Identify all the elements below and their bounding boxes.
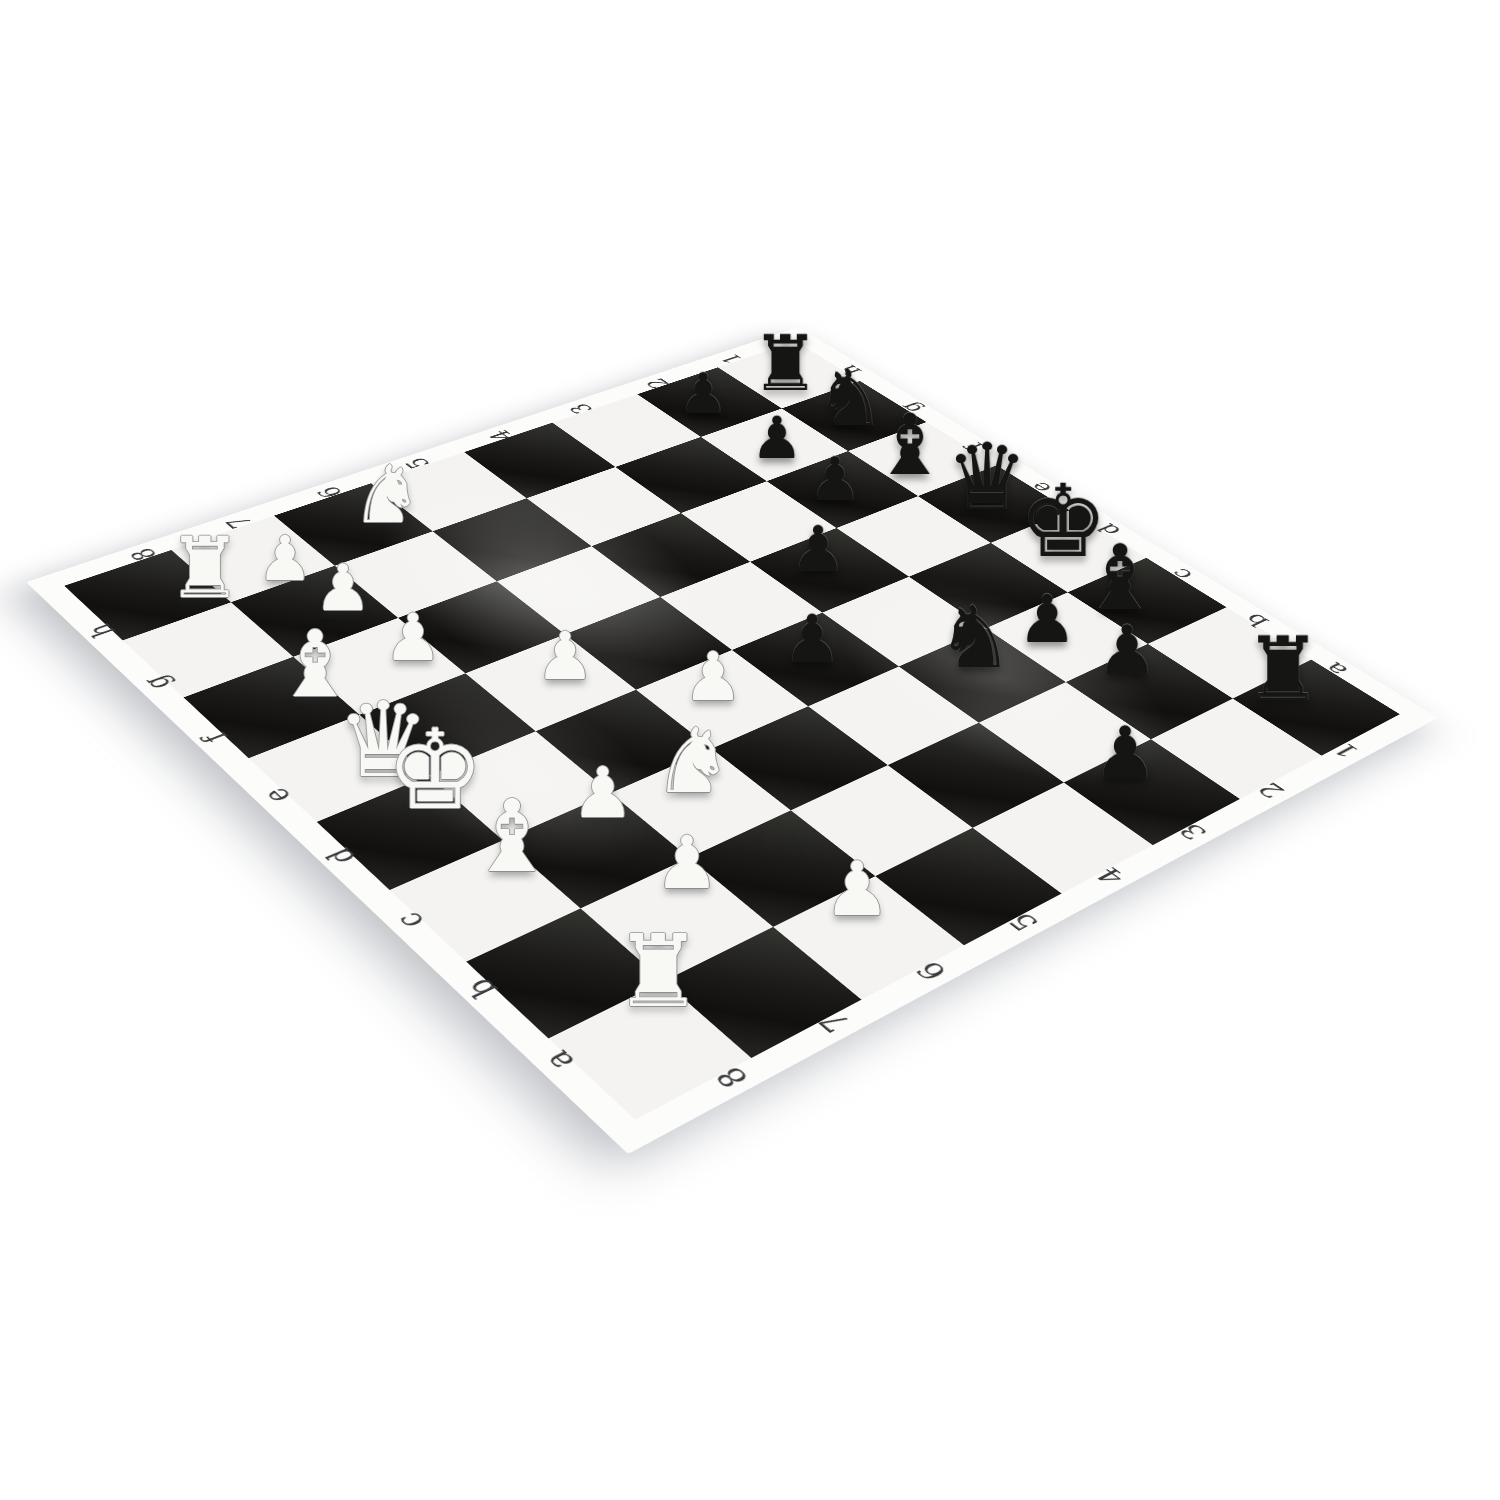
file-label-bottom-c: c — [389, 908, 431, 933]
piece-black-bishop-c1: ♝ — [1080, 533, 1161, 623]
file-label-bottom-b: b — [459, 974, 504, 1002]
piece-black-bishop-f1: ♝ — [872, 403, 947, 487]
file-label-bottom-d: d — [320, 844, 363, 869]
file-label-bottom-g: g — [137, 672, 177, 693]
piece-black-pawn-a3: ♟ — [1093, 717, 1158, 789]
file-label-bottom-e: e — [256, 784, 297, 806]
piece-black-queen-e1: ♛ — [946, 432, 1028, 524]
piece-white-rook-h8: ♜ — [167, 526, 242, 610]
piece-white-pawn-d5: ♟ — [683, 644, 743, 711]
file-label-top-c: c — [1166, 566, 1198, 582]
file-label-bottom-a: a — [536, 1046, 581, 1075]
piece-white-bishop-c8: ♝ — [467, 787, 557, 887]
piece-white-rook-a8: ♜ — [613, 922, 703, 1022]
piece-black-pawn-e3: ♟ — [790, 518, 846, 581]
piece-black-pawn-h2: ♟ — [678, 366, 728, 422]
piece-white-pawn-f7: ♟ — [384, 605, 442, 670]
piece-black-rook-h1: ♜ — [751, 326, 819, 402]
piece-white-knight-c6: ♞ — [653, 716, 734, 806]
file-label-bottom-h: h — [82, 621, 122, 641]
piece-white-pawn-b7: ♟ — [654, 826, 719, 899]
photo-scene: 11hh22gg33ff44ee55dd66cc77bb88aa ♜♞♝♛♚♝♜… — [0, 0, 1500, 1500]
piece-white-knight-h6: ♞ — [351, 455, 423, 535]
piece-white-pawn-c7: ♟ — [572, 758, 635, 828]
piece-black-pawn-c2: ♟ — [1017, 587, 1076, 653]
piece-black-pawn-d4: ♟ — [782, 607, 841, 673]
piece-black-pawn-f2: ♟ — [808, 449, 862, 509]
file-label-top-a: a — [1319, 659, 1353, 678]
piece-black-pawn-g2: ♟ — [751, 409, 803, 467]
piece-black-knight-c3: ♞ — [936, 594, 1013, 680]
piece-white-pawn-a6: ♟ — [823, 852, 890, 927]
piece-white-pawn-e6: ♟ — [535, 624, 594, 690]
piece-black-pawn-b2: ♟ — [1097, 617, 1158, 685]
piece-white-pawn-h7: ♟ — [257, 528, 313, 590]
piece-black-rook-a1: ♜ — [1244, 626, 1323, 714]
